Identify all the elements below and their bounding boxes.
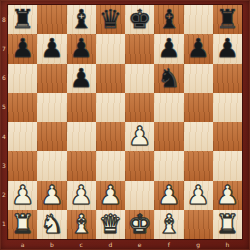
file-label-g: g [184,239,213,250]
square-h4[interactable] [213,122,242,151]
square-f7[interactable]: ♟ [154,34,183,63]
square-e2[interactable] [125,181,154,210]
chess-board: ♜♝♛♚♝♜♟♟♟♟♟♟♟♞♟♟♟♟♟♟♟♟♜♞♝♛♚♝♜ [8,5,242,239]
square-h8[interactable]: ♜ [213,5,242,34]
square-h5[interactable] [213,93,242,122]
square-f6[interactable]: ♞ [154,64,183,93]
black-knight[interactable]: ♞ [157,64,180,93]
black-rook[interactable]: ♜ [216,5,239,34]
square-e8[interactable]: ♚ [125,5,154,34]
white-rook[interactable]: ♜ [11,210,34,239]
white-bishop[interactable]: ♝ [157,210,180,239]
file-label-a: a [8,239,37,250]
black-pawn[interactable]: ♟ [186,34,209,63]
square-b4[interactable] [37,122,66,151]
square-f1[interactable]: ♝ [154,210,183,239]
square-h6[interactable] [213,64,242,93]
square-e5[interactable] [125,93,154,122]
square-d5[interactable] [96,93,125,122]
rank-label-6: 6 [0,64,8,93]
square-e3[interactable] [125,151,154,180]
file-label-b: b [37,239,66,250]
square-d3[interactable] [96,151,125,180]
square-h3[interactable] [213,151,242,180]
white-rook[interactable]: ♜ [216,210,239,239]
rank-label-1: 1 [0,210,8,239]
white-bishop[interactable]: ♝ [69,210,92,239]
square-g2[interactable]: ♟ [184,181,213,210]
square-a2[interactable]: ♟ [8,181,37,210]
white-pawn[interactable]: ♟ [157,181,180,210]
white-pawn[interactable]: ♟ [11,181,34,210]
white-pawn[interactable]: ♟ [99,181,122,210]
square-g7[interactable]: ♟ [184,34,213,63]
white-pawn[interactable]: ♟ [128,122,151,151]
square-e7[interactable] [125,34,154,63]
square-f8[interactable]: ♝ [154,5,183,34]
square-b7[interactable]: ♟ [37,34,66,63]
black-rook[interactable]: ♜ [11,5,34,34]
black-pawn[interactable]: ♟ [157,34,180,63]
white-queen[interactable]: ♛ [99,210,122,239]
file-label-h: h [213,239,242,250]
square-a8[interactable]: ♜ [8,5,37,34]
file-label-c: c [67,239,96,250]
square-f2[interactable]: ♟ [154,181,183,210]
square-g5[interactable] [184,93,213,122]
white-pawn[interactable]: ♟ [216,181,239,210]
square-g8[interactable] [184,5,213,34]
square-e1[interactable]: ♚ [125,210,154,239]
square-g4[interactable] [184,122,213,151]
square-b3[interactable] [37,151,66,180]
square-d4[interactable] [96,122,125,151]
square-c8[interactable]: ♝ [67,5,96,34]
square-a7[interactable]: ♟ [8,34,37,63]
square-c1[interactable]: ♝ [67,210,96,239]
square-c6[interactable]: ♟ [67,64,96,93]
file-label-f: f [154,239,183,250]
square-b2[interactable]: ♟ [37,181,66,210]
square-b1[interactable]: ♞ [37,210,66,239]
black-bishop[interactable]: ♝ [157,5,180,34]
square-f4[interactable] [154,122,183,151]
white-pawn[interactable]: ♟ [40,181,63,210]
file-label-d: d [96,239,125,250]
square-e4[interactable]: ♟ [125,122,154,151]
square-d1[interactable]: ♛ [96,210,125,239]
rank-label-4: 4 [0,122,8,151]
square-f3[interactable] [154,151,183,180]
square-g6[interactable] [184,64,213,93]
rank-label-3: 3 [0,151,8,180]
rank-label-5: 5 [0,93,8,122]
square-d8[interactable]: ♛ [96,5,125,34]
black-pawn[interactable]: ♟ [11,34,34,63]
square-g1[interactable] [184,210,213,239]
square-h1[interactable]: ♜ [213,210,242,239]
square-h7[interactable]: ♟ [213,34,242,63]
white-king[interactable]: ♚ [128,210,151,239]
chess-board-frame: 87654321 abcdefgh ♜♝♛♚♝♜♟♟♟♟♟♟♟♞♟♟♟♟♟♟♟♟… [0,0,250,250]
square-f5[interactable] [154,93,183,122]
square-b6[interactable] [37,64,66,93]
square-a6[interactable] [8,64,37,93]
black-king[interactable]: ♚ [128,5,151,34]
square-c3[interactable] [67,151,96,180]
square-d2[interactable]: ♟ [96,181,125,210]
black-pawn[interactable]: ♟ [69,64,92,93]
square-c4[interactable] [67,122,96,151]
square-c5[interactable] [67,93,96,122]
square-h2[interactable]: ♟ [213,181,242,210]
black-queen[interactable]: ♛ [99,5,122,34]
square-c7[interactable]: ♟ [67,34,96,63]
black-pawn[interactable]: ♟ [40,34,63,63]
square-b5[interactable] [37,93,66,122]
square-a5[interactable] [8,93,37,122]
square-e6[interactable] [125,64,154,93]
rank-labels: 87654321 [0,5,8,239]
rank-label-8: 8 [0,5,8,34]
square-a1[interactable]: ♜ [8,210,37,239]
square-g3[interactable] [184,151,213,180]
black-pawn[interactable]: ♟ [69,34,92,63]
square-b8[interactable] [37,5,66,34]
rank-label-2: 2 [0,181,8,210]
square-a3[interactable] [8,151,37,180]
white-pawn[interactable]: ♟ [186,181,209,210]
black-bishop[interactable]: ♝ [69,5,92,34]
square-d6[interactable] [96,64,125,93]
square-c2[interactable]: ♟ [67,181,96,210]
file-label-e: e [125,239,154,250]
black-pawn[interactable]: ♟ [216,34,239,63]
white-knight[interactable]: ♞ [40,210,63,239]
rank-label-7: 7 [0,34,8,63]
white-pawn[interactable]: ♟ [69,181,92,210]
square-d7[interactable] [96,34,125,63]
square-a4[interactable] [8,122,37,151]
file-labels: abcdefgh [8,239,242,250]
